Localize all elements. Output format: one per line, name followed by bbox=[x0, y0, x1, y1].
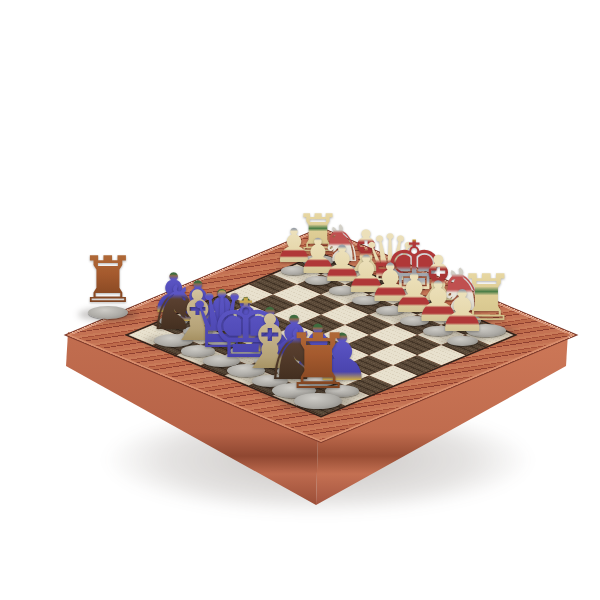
chess-set-photo: ♜♞♟♝♟♛♟♚♟♝♟♜♞♟♟♜♟♟♟♟♞♟♝♟♛♟♚♟♝♟♞♜ bbox=[0, 0, 600, 600]
black-rook-figurine: ♜ bbox=[79, 248, 136, 312]
